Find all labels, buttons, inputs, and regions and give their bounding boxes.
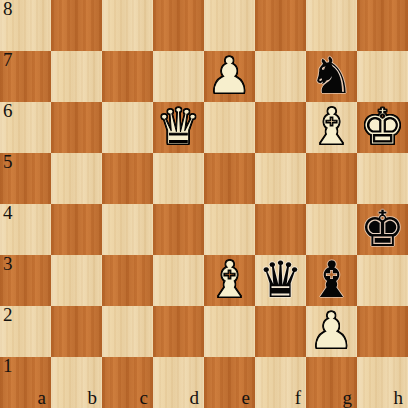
square-c8[interactable] [102, 0, 153, 51]
square-e8[interactable] [204, 0, 255, 51]
square-g8[interactable] [306, 0, 357, 51]
piece-black-queen-f3[interactable]: ♛ [258, 255, 303, 306]
rank-label-2: 2 [3, 306, 13, 326]
square-c1[interactable]: c [102, 357, 153, 408]
file-label-a: a [38, 387, 46, 408]
rank-label-1: 1 [3, 357, 13, 377]
square-b1[interactable]: b [51, 357, 102, 408]
piece-black-king-h4[interactable]: ♚ [360, 204, 405, 255]
square-b3[interactable] [51, 255, 102, 306]
square-e5[interactable] [204, 153, 255, 204]
square-d1[interactable]: d [153, 357, 204, 408]
square-f6[interactable] [255, 102, 306, 153]
square-d3[interactable] [153, 255, 204, 306]
square-d4[interactable] [153, 204, 204, 255]
file-label-f: f [295, 387, 301, 408]
piece-black-knight-g7[interactable]: ♞ [309, 51, 354, 102]
square-b5[interactable] [51, 153, 102, 204]
piece-black-bishop-g3[interactable]: ♝ [309, 255, 354, 306]
square-b6[interactable] [51, 102, 102, 153]
square-g1[interactable]: g [306, 357, 357, 408]
square-d5[interactable] [153, 153, 204, 204]
square-c4[interactable] [102, 204, 153, 255]
square-d2[interactable] [153, 306, 204, 357]
square-f5[interactable] [255, 153, 306, 204]
rank-label-8: 8 [3, 0, 13, 20]
file-label-g: g [343, 387, 353, 408]
file-label-h: h [394, 387, 404, 408]
file-label-b: b [88, 387, 98, 408]
chess-board-wrap: 87♟♞6♛♝♚54♚3♝♛♝2♟1abcdefgh [0, 0, 408, 408]
square-a8[interactable]: 8 [0, 0, 51, 51]
square-d6[interactable]: ♛ [153, 102, 204, 153]
square-g3[interactable]: ♝ [306, 255, 357, 306]
square-h3[interactable] [357, 255, 408, 306]
square-b2[interactable] [51, 306, 102, 357]
chess-board: 87♟♞6♛♝♚54♚3♝♛♝2♟1abcdefgh [0, 0, 408, 408]
square-d8[interactable] [153, 0, 204, 51]
square-f1[interactable]: f [255, 357, 306, 408]
square-a3[interactable]: 3 [0, 255, 51, 306]
piece-white-pawn-g2[interactable]: ♟ [309, 306, 354, 357]
square-c2[interactable] [102, 306, 153, 357]
square-h2[interactable] [357, 306, 408, 357]
square-f3[interactable]: ♛ [255, 255, 306, 306]
square-d7[interactable] [153, 51, 204, 102]
square-a2[interactable]: 2 [0, 306, 51, 357]
square-f2[interactable] [255, 306, 306, 357]
file-label-e: e [242, 387, 250, 408]
square-h1[interactable]: h [357, 357, 408, 408]
square-c5[interactable] [102, 153, 153, 204]
square-h8[interactable] [357, 0, 408, 51]
square-f8[interactable] [255, 0, 306, 51]
square-f7[interactable] [255, 51, 306, 102]
piece-white-bishop-e3[interactable]: ♝ [207, 255, 252, 306]
square-h5[interactable] [357, 153, 408, 204]
rank-label-5: 5 [3, 153, 13, 173]
square-a6[interactable]: 6 [0, 102, 51, 153]
square-a5[interactable]: 5 [0, 153, 51, 204]
square-g5[interactable] [306, 153, 357, 204]
square-e7[interactable]: ♟ [204, 51, 255, 102]
rank-label-7: 7 [3, 51, 13, 71]
rank-label-3: 3 [3, 255, 13, 275]
piece-white-queen-d6[interactable]: ♛ [156, 102, 201, 153]
square-e2[interactable] [204, 306, 255, 357]
square-a1[interactable]: 1a [0, 357, 51, 408]
square-g6[interactable]: ♝ [306, 102, 357, 153]
square-h4[interactable]: ♚ [357, 204, 408, 255]
square-h7[interactable] [357, 51, 408, 102]
square-g2[interactable]: ♟ [306, 306, 357, 357]
square-b4[interactable] [51, 204, 102, 255]
file-label-c: c [140, 387, 148, 408]
piece-white-king-h6[interactable]: ♚ [360, 102, 405, 153]
square-c7[interactable] [102, 51, 153, 102]
file-label-d: d [190, 387, 200, 408]
square-g4[interactable] [306, 204, 357, 255]
square-e6[interactable] [204, 102, 255, 153]
rank-label-4: 4 [3, 204, 13, 224]
square-b8[interactable] [51, 0, 102, 51]
square-g7[interactable]: ♞ [306, 51, 357, 102]
square-f4[interactable] [255, 204, 306, 255]
square-h6[interactable]: ♚ [357, 102, 408, 153]
square-e1[interactable]: e [204, 357, 255, 408]
square-c6[interactable] [102, 102, 153, 153]
square-b7[interactable] [51, 51, 102, 102]
square-e4[interactable] [204, 204, 255, 255]
rank-label-6: 6 [3, 102, 13, 122]
piece-white-pawn-e7[interactable]: ♟ [207, 51, 252, 102]
piece-white-bishop-g6[interactable]: ♝ [309, 102, 354, 153]
square-c3[interactable] [102, 255, 153, 306]
square-e3[interactable]: ♝ [204, 255, 255, 306]
square-a7[interactable]: 7 [0, 51, 51, 102]
square-a4[interactable]: 4 [0, 204, 51, 255]
